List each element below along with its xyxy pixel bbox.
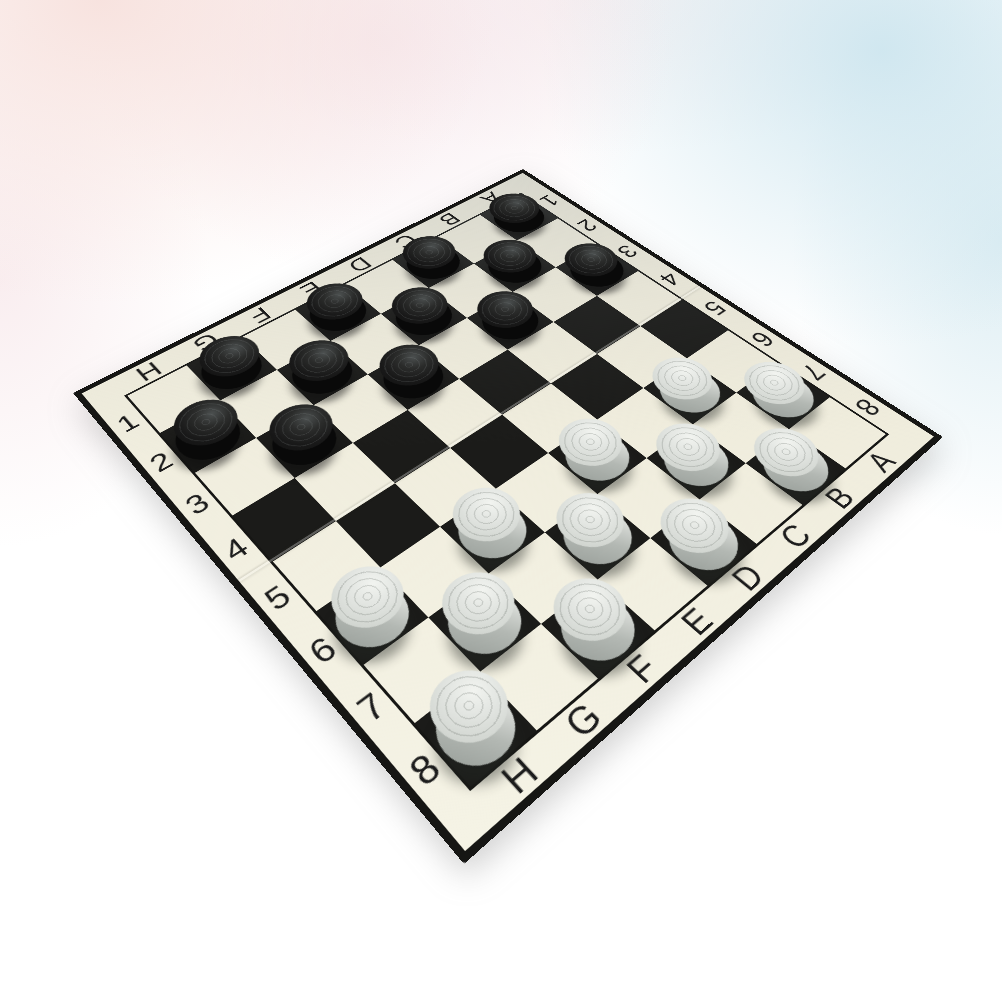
checkers-board: 11AA22BB33CC44DD55EE66FF77GG88HH [73, 169, 943, 864]
board-scene: 11AA22BB33CC44DD55EE66FF77GG88HH [0, 0, 1002, 1002]
